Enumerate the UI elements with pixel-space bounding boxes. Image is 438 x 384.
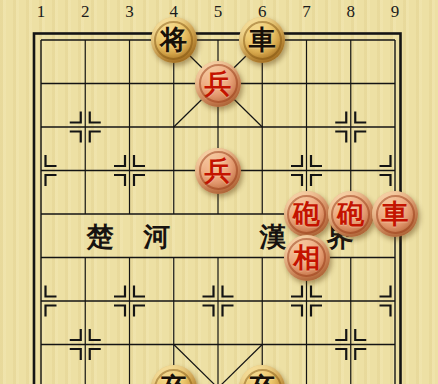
piece-character: 砲 — [337, 191, 364, 237]
piece-red-elephant[interactable]: 相 — [284, 235, 330, 281]
piece-black-chariot[interactable]: 車 — [239, 17, 285, 63]
piece-character: 卒 — [160, 365, 187, 384]
piece-red-cannon[interactable]: 砲 — [284, 191, 330, 237]
piece-character: 兵 — [205, 148, 232, 194]
piece-red-chariot[interactable]: 車 — [372, 191, 418, 237]
piece-character: 卒 — [249, 365, 276, 384]
piece-black-soldier[interactable]: 卒 — [151, 365, 197, 384]
piece-layer: 将車兵兵砲砲車相卒卒 — [19, 18, 417, 384]
piece-character: 車 — [382, 191, 409, 237]
piece-black-soldier[interactable]: 卒 — [239, 365, 285, 384]
piece-red-cannon[interactable]: 砲 — [328, 191, 374, 237]
piece-character: 将 — [160, 17, 187, 63]
piece-red-soldier[interactable]: 兵 — [195, 148, 241, 194]
piece-black-general[interactable]: 将 — [151, 17, 197, 63]
piece-character: 兵 — [205, 61, 232, 107]
piece-character: 相 — [293, 235, 320, 281]
xiangqi-board[interactable]: 1 2 3 4 5 6 7 8 9 楚 河 漢 界 将車兵兵砲砲車相卒卒 — [0, 0, 438, 384]
piece-character: 砲 — [293, 191, 320, 237]
piece-red-soldier[interactable]: 兵 — [195, 61, 241, 107]
piece-character: 車 — [249, 17, 276, 63]
